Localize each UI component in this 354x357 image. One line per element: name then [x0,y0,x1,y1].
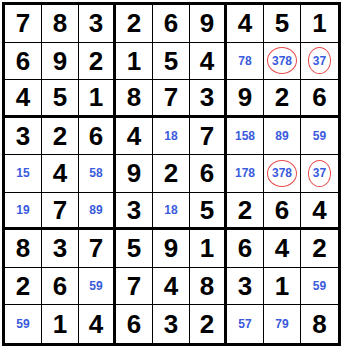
solved-digit: 1 [53,311,67,337]
cell-r5c8[interactable]: 378 [264,155,301,193]
solved-digit: 8 [312,311,326,337]
cell-r9c9[interactable]: 8 [301,305,338,343]
cell-r4c4[interactable]: 4 [116,118,153,156]
cell-r8c2[interactable]: 6 [42,268,79,306]
cell-r2c8[interactable]: 378 [264,43,301,81]
solved-digit: 2 [312,235,326,261]
solved-digit: 2 [53,123,67,149]
candidate-digits: 37 [313,55,326,67]
cell-r6c3[interactable]: 89 [79,193,116,231]
solved-digit: 6 [127,311,141,337]
solved-digit: 4 [275,235,289,261]
cell-r1c4[interactable]: 2 [116,5,153,43]
candidate-digits: 59 [313,280,326,292]
solved-digit: 8 [127,84,141,110]
solved-digit: 9 [53,48,67,74]
cell-r3c1[interactable]: 4 [5,80,42,118]
cell-r5c5[interactable]: 2 [153,155,190,193]
solved-digit: 3 [127,197,141,223]
red-circle-highlight: 378 [267,47,297,74]
cell-r6c8[interactable]: 6 [264,193,301,231]
solved-digit: 3 [200,84,214,110]
cell-r2c3[interactable]: 2 [79,43,116,81]
cell-r8c3[interactable]: 59 [79,268,116,306]
candidate-digits: 37 [313,167,326,179]
solved-digit: 6 [53,273,67,299]
solved-digit: 2 [127,10,141,36]
cell-r1c5[interactable]: 6 [153,5,190,43]
cell-r2c9[interactable]: 37 [301,43,338,81]
cell-r8c5[interactable]: 4 [153,268,190,306]
cell-r9c4[interactable]: 6 [116,305,153,343]
solved-digit: 9 [164,235,178,261]
solved-digit: 2 [16,273,30,299]
solved-digit: 7 [164,84,178,110]
cell-r1c7[interactable]: 4 [227,5,264,43]
candidate-digits: 78 [238,55,251,67]
cell-r4c6[interactable]: 7 [190,118,227,156]
cell-r7c2[interactable]: 3 [42,230,79,268]
solved-digit: 6 [275,197,289,223]
cell-r9c3[interactable]: 4 [79,305,116,343]
cell-r5c9[interactable]: 37 [301,155,338,193]
cell-r3c8[interactable]: 2 [264,80,301,118]
solved-digit: 4 [312,197,326,223]
solved-digit: 7 [200,123,214,149]
cell-r6c7[interactable]: 2 [227,193,264,231]
cell-r4c8[interactable]: 89 [264,118,301,156]
solved-digit: 2 [89,48,103,74]
candidate-digits: 378 [272,167,292,179]
red-circle-highlight: 378 [267,160,297,187]
candidate-digits: 59 [89,280,102,292]
cell-r7c5[interactable]: 9 [153,230,190,268]
cell-r8c4[interactable]: 7 [116,268,153,306]
candidate-digits: 79 [275,318,288,330]
cell-r6c6[interactable]: 5 [190,193,227,231]
solved-digit: 5 [53,84,67,110]
solved-digit: 5 [275,10,289,36]
solved-digit: 5 [127,235,141,261]
solved-digit: 1 [127,48,141,74]
cell-r5c6[interactable]: 6 [190,155,227,193]
cell-r3c9[interactable]: 6 [301,80,338,118]
cell-r4c7[interactable]: 158 [227,118,264,156]
cell-r4c1[interactable]: 3 [5,118,42,156]
cell-r8c7[interactable]: 3 [227,268,264,306]
solved-digit: 6 [200,160,214,186]
cell-r1c8[interactable]: 5 [264,5,301,43]
candidate-digits: 178 [235,167,255,179]
cell-r9c8[interactable]: 79 [264,305,301,343]
solved-digit: 1 [312,10,326,36]
solved-digit: 5 [164,48,178,74]
solved-digit: 9 [200,10,214,36]
solved-digit: 4 [89,311,103,337]
solved-digit: 9 [238,84,252,110]
cell-r1c9[interactable]: 1 [301,5,338,43]
solved-digit: 7 [127,273,141,299]
sudoku-board: 7832694516921547837837451873926326418715… [2,2,341,346]
candidate-digits: 59 [16,318,29,330]
solved-digit: 7 [53,197,67,223]
cell-r9c6[interactable]: 2 [190,305,227,343]
solved-digit: 4 [16,84,30,110]
candidate-digits: 158 [235,130,255,142]
candidate-digits: 89 [89,204,102,216]
cell-r8c8[interactable]: 1 [264,268,301,306]
solved-digit: 3 [238,273,252,299]
cell-r2c7[interactable]: 78 [227,43,264,81]
cell-r2c4[interactable]: 1 [116,43,153,81]
solved-digit: 8 [200,273,214,299]
candidate-digits: 18 [164,204,177,216]
solved-digit: 3 [89,10,103,36]
cell-r1c1[interactable]: 7 [5,5,42,43]
solved-digit: 7 [89,235,103,261]
cell-r7c9[interactable]: 2 [301,230,338,268]
solved-digit: 4 [164,273,178,299]
cell-r6c9[interactable]: 4 [301,193,338,231]
candidate-digits: 58 [89,167,102,179]
solved-digit: 2 [164,160,178,186]
solved-digit: 4 [200,48,214,74]
candidate-digits: 15 [16,167,29,179]
solved-digit: 9 [127,160,141,186]
cell-r7c4[interactable]: 5 [116,230,153,268]
cell-r3c6[interactable]: 3 [190,80,227,118]
cell-r8c9[interactable]: 59 [301,268,338,306]
candidate-digits: 59 [313,130,326,142]
cell-r4c3[interactable]: 6 [79,118,116,156]
cell-r4c5[interactable]: 18 [153,118,190,156]
solved-digit: 2 [275,84,289,110]
solved-digit: 4 [53,160,67,186]
cell-r7c6[interactable]: 1 [190,230,227,268]
solved-digit: 6 [89,123,103,149]
solved-digit: 3 [164,311,178,337]
solved-digit: 8 [53,10,67,36]
solved-digit: 4 [238,10,252,36]
candidate-digits: 18 [164,130,177,142]
cell-r9c2[interactable]: 1 [42,305,79,343]
cell-r5c2[interactable]: 4 [42,155,79,193]
cell-r6c2[interactable]: 7 [42,193,79,231]
cell-r5c4[interactable]: 9 [116,155,153,193]
red-circle-highlight: 37 [308,47,331,74]
candidate-digits: 89 [275,130,288,142]
cell-r3c4[interactable]: 8 [116,80,153,118]
cell-r5c7[interactable]: 178 [227,155,264,193]
cell-r8c6[interactable]: 8 [190,268,227,306]
cell-r7c3[interactable]: 7 [79,230,116,268]
solved-digit: 6 [238,235,252,261]
solved-digit: 2 [200,311,214,337]
cell-r7c8[interactable]: 4 [264,230,301,268]
solved-digit: 1 [200,235,214,261]
candidate-digits: 57 [238,318,251,330]
cell-r9c1[interactable]: 59 [5,305,42,343]
cell-r4c2[interactable]: 2 [42,118,79,156]
cell-r6c4[interactable]: 3 [116,193,153,231]
cell-r3c3[interactable]: 1 [79,80,116,118]
cell-r2c5[interactable]: 5 [153,43,190,81]
solved-digit: 6 [164,10,178,36]
cell-r6c1[interactable]: 19 [5,193,42,231]
cell-r7c1[interactable]: 8 [5,230,42,268]
cell-r4c9[interactable]: 59 [301,118,338,156]
solved-digit: 2 [238,197,252,223]
cell-r2c1[interactable]: 6 [5,43,42,81]
cell-r3c5[interactable]: 7 [153,80,190,118]
cell-r9c5[interactable]: 3 [153,305,190,343]
solved-digit: 6 [312,84,326,110]
solved-digit: 8 [16,235,30,261]
solved-digit: 5 [200,197,214,223]
solved-digit: 1 [89,84,103,110]
cell-r7c7[interactable]: 6 [227,230,264,268]
cell-r3c2[interactable]: 5 [42,80,79,118]
cell-r1c3[interactable]: 3 [79,5,116,43]
candidate-digits: 19 [16,204,29,216]
cell-r5c1[interactable]: 15 [5,155,42,193]
cell-r1c6[interactable]: 9 [190,5,227,43]
cell-r9c7[interactable]: 57 [227,305,264,343]
cell-r2c6[interactable]: 4 [190,43,227,81]
solved-digit: 4 [127,123,141,149]
page: 7832694516921547837837451873926326418715… [0,0,354,357]
solved-digit: 7 [16,10,30,36]
solved-digit: 1 [275,273,289,299]
solved-digit: 3 [16,123,30,149]
candidate-digits: 378 [272,55,292,67]
cell-r8c1[interactable]: 2 [5,268,42,306]
solved-digit: 3 [53,235,67,261]
cell-r2c2[interactable]: 9 [42,43,79,81]
cell-r3c7[interactable]: 9 [227,80,264,118]
cell-r1c2[interactable]: 8 [42,5,79,43]
cell-r6c5[interactable]: 18 [153,193,190,231]
red-circle-highlight: 37 [308,160,331,187]
solved-digit: 6 [16,48,30,74]
cell-r5c3[interactable]: 58 [79,155,116,193]
